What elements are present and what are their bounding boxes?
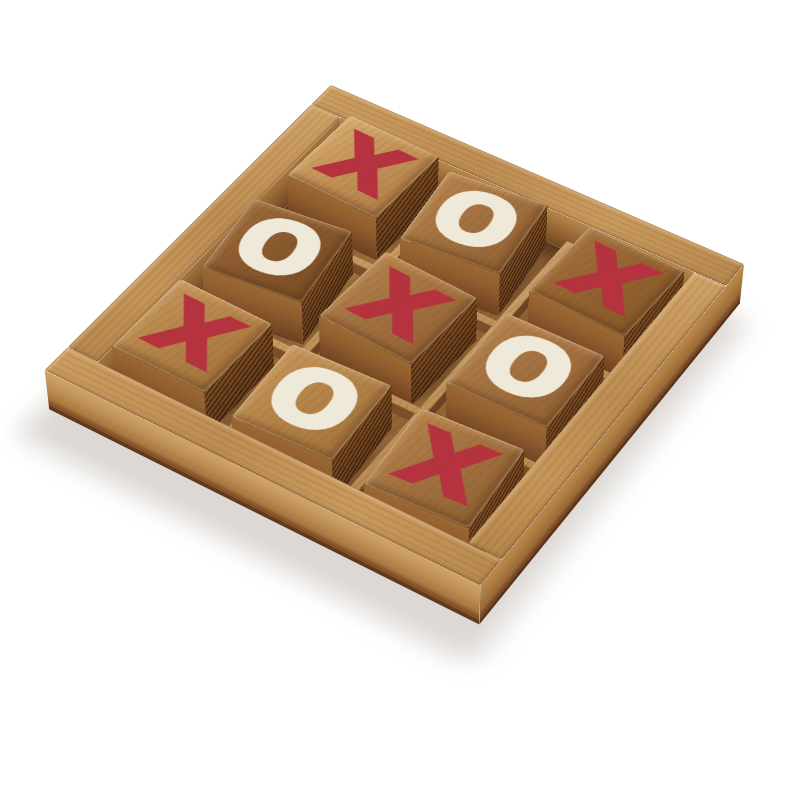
product-photo: XOXOXOXOX — [0, 0, 800, 800]
tic-tac-toe-board: XOXOXOXOX — [49, 119, 741, 619]
